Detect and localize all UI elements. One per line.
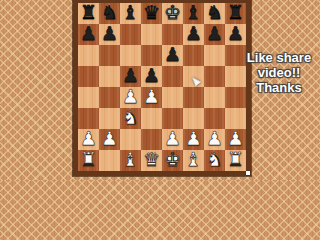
square-g4[interactable] [204,87,225,108]
square-b4[interactable] [99,87,120,108]
white-bishop-c1[interactable]: ♝ [120,148,141,171]
video-frame: { "game": "chess", "position": { "fen": … [0,0,320,180]
black-knight-g8[interactable]: ♞ [204,1,225,24]
white-bishop-f1[interactable]: ♝ [183,148,204,171]
square-c5[interactable]: ♟ [120,66,141,87]
square-h1[interactable]: ♜ [225,150,246,171]
square-c1[interactable]: ♝ [120,150,141,171]
black-queen-d8[interactable]: ♛ [141,1,162,24]
black-pawn-b7[interactable]: ♟ [99,22,120,45]
white-pawn-a2[interactable]: ♟ [78,127,99,150]
square-g5[interactable] [204,66,225,87]
white-pawn-h2[interactable]: ♟ [225,127,246,150]
board-corner-marker [246,171,250,175]
square-d5[interactable]: ♟ [141,66,162,87]
square-f6[interactable] [183,45,204,66]
black-pawn-c5[interactable]: ♟ [120,64,141,87]
square-b3[interactable] [99,108,120,129]
black-pawn-d5[interactable]: ♟ [141,64,162,87]
square-e6[interactable]: ♟ [162,45,183,66]
square-c4[interactable]: ♟ [120,87,141,108]
square-a3[interactable] [78,108,99,129]
square-c3[interactable]: ♞ [120,108,141,129]
square-a8[interactable]: ♜ [78,3,99,24]
square-d8[interactable]: ♛ [141,3,162,24]
square-f1[interactable]: ♝ [183,150,204,171]
black-bishop-c8[interactable]: ♝ [120,1,141,24]
white-pawn-g2[interactable]: ♟ [204,127,225,150]
annotation-line-3: Thanks [243,80,315,95]
black-pawn-f7[interactable]: ♟ [183,22,204,45]
square-g7[interactable]: ♟ [204,24,225,45]
square-h2[interactable]: ♟ [225,129,246,150]
white-queen-d1[interactable]: ♛ [141,148,162,171]
white-pawn-c4[interactable]: ♟ [120,85,141,108]
white-pawn-e2[interactable]: ♟ [162,127,183,150]
white-king-e1[interactable]: ♚ [162,148,183,171]
white-rook-a1[interactable]: ♜ [78,148,99,171]
square-e2[interactable]: ♟ [162,129,183,150]
square-f3[interactable] [183,108,204,129]
square-a6[interactable] [78,45,99,66]
square-d7[interactable] [141,24,162,45]
white-pawn-d4[interactable]: ♟ [141,85,162,108]
square-f4[interactable] [183,87,204,108]
white-pawn-b2[interactable]: ♟ [99,127,120,150]
square-d3[interactable] [141,108,162,129]
annotation-line-2: video!! [243,65,315,80]
square-c8[interactable]: ♝ [120,3,141,24]
annotation-text: Like share video!! Thanks [243,50,315,95]
square-e4[interactable] [162,87,183,108]
square-e5[interactable] [162,66,183,87]
black-pawn-h7[interactable]: ♟ [225,22,246,45]
annotation-line-1: Like share [243,50,315,65]
chess-board: ♜♞♝♛♚♝♞♜♟♟♟♟♟♟♟♟♟♟♞♟♟♟♟♟♟♜♝♛♚♝♞♜ [73,0,251,176]
square-a5[interactable] [78,66,99,87]
square-a1[interactable]: ♜ [78,150,99,171]
square-f8[interactable]: ♝ [183,3,204,24]
square-d6[interactable] [141,45,162,66]
square-e3[interactable] [162,108,183,129]
square-b6[interactable] [99,45,120,66]
square-d4[interactable]: ♟ [141,87,162,108]
square-e1[interactable]: ♚ [162,150,183,171]
white-rook-h1[interactable]: ♜ [225,148,246,171]
square-d1[interactable]: ♛ [141,150,162,171]
white-knight-g1[interactable]: ♞ [204,148,225,171]
white-knight-c3[interactable]: ♞ [120,106,141,129]
square-b8[interactable]: ♞ [99,3,120,24]
square-b1[interactable] [99,150,120,171]
black-rook-a8[interactable]: ♜ [78,1,99,24]
square-d2[interactable] [141,129,162,150]
black-pawn-g7[interactable]: ♟ [204,22,225,45]
square-f7[interactable]: ♟ [183,24,204,45]
black-pawn-a7[interactable]: ♟ [78,22,99,45]
square-a4[interactable] [78,87,99,108]
square-h8[interactable]: ♜ [225,3,246,24]
black-rook-h8[interactable]: ♜ [225,1,246,24]
square-a7[interactable]: ♟ [78,24,99,45]
square-e8[interactable]: ♚ [162,3,183,24]
square-b5[interactable] [99,66,120,87]
black-bishop-f8[interactable]: ♝ [183,1,204,24]
square-c6[interactable] [120,45,141,66]
black-pawn-e6[interactable]: ♟ [162,43,183,66]
black-king-e8[interactable]: ♚ [162,1,183,24]
square-g2[interactable]: ♟ [204,129,225,150]
black-knight-b8[interactable]: ♞ [99,1,120,24]
board-grid: ♜♞♝♛♚♝♞♜♟♟♟♟♟♟♟♟♟♟♞♟♟♟♟♟♟♜♝♛♚♝♞♜ [78,3,246,171]
square-g3[interactable] [204,108,225,129]
square-g8[interactable]: ♞ [204,3,225,24]
square-c2[interactable] [120,129,141,150]
square-b7[interactable]: ♟ [99,24,120,45]
square-c7[interactable] [120,24,141,45]
square-h7[interactable]: ♟ [225,24,246,45]
square-b2[interactable]: ♟ [99,129,120,150]
square-f2[interactable]: ♟ [183,129,204,150]
square-a2[interactable]: ♟ [78,129,99,150]
square-h3[interactable] [225,108,246,129]
square-g1[interactable]: ♞ [204,150,225,171]
square-e7[interactable] [162,24,183,45]
white-pawn-f2[interactable]: ♟ [183,127,204,150]
square-g6[interactable] [204,45,225,66]
